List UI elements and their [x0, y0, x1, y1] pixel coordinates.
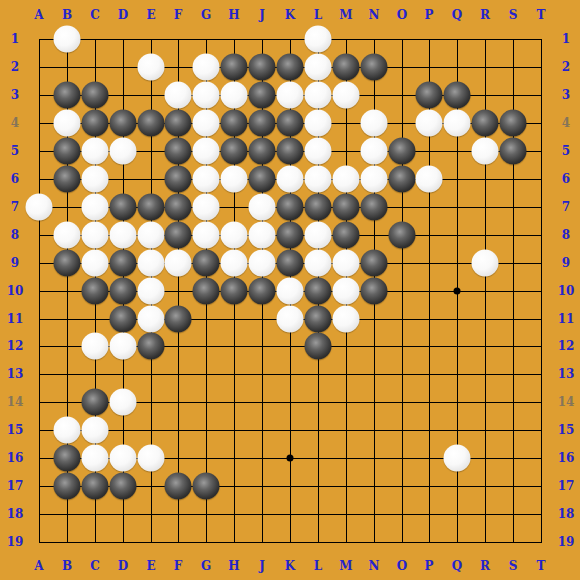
white-stone[interactable]	[221, 166, 248, 193]
column-label-top: L	[314, 9, 322, 21]
white-stone[interactable]	[361, 166, 388, 193]
black-stone[interactable]	[221, 138, 248, 165]
column-label-top: E	[146, 9, 155, 21]
white-stone[interactable]	[110, 445, 137, 472]
grid-line-vertical	[402, 39, 403, 543]
row-label-right: 13	[558, 368, 575, 380]
column-label-bottom: F	[174, 560, 183, 572]
row-label-left: 5	[11, 145, 19, 157]
white-stone[interactable]	[54, 26, 81, 53]
black-stone[interactable]	[110, 473, 137, 500]
white-stone[interactable]	[277, 278, 304, 305]
white-stone[interactable]	[361, 138, 388, 165]
white-stone[interactable]	[54, 417, 81, 444]
row-label-right: 8	[562, 229, 570, 241]
black-stone[interactable]	[165, 222, 192, 249]
white-stone[interactable]	[333, 278, 360, 305]
white-stone[interactable]	[249, 194, 276, 221]
row-label-right: 5	[562, 145, 570, 157]
row-label-left: 12	[7, 340, 24, 352]
white-stone[interactable]	[305, 222, 332, 249]
white-stone[interactable]	[193, 110, 220, 137]
column-label-top: M	[339, 9, 352, 21]
row-label-left: 19	[7, 536, 24, 548]
black-stone[interactable]	[165, 306, 192, 333]
white-stone[interactable]	[277, 166, 304, 193]
white-stone[interactable]	[165, 250, 192, 277]
black-stone[interactable]	[165, 166, 192, 193]
white-stone[interactable]	[82, 222, 109, 249]
row-label-left: 15	[7, 424, 24, 436]
grid-line-horizontal	[39, 430, 542, 431]
row-label-right: 6	[562, 173, 570, 185]
black-stone[interactable]	[82, 82, 109, 109]
black-stone[interactable]	[54, 82, 81, 109]
row-label-left: 13	[7, 368, 24, 380]
white-stone[interactable]	[277, 82, 304, 109]
white-stone[interactable]	[416, 110, 443, 137]
black-stone[interactable]	[110, 278, 137, 305]
white-stone[interactable]	[193, 166, 220, 193]
row-label-left: 3	[11, 89, 19, 101]
black-stone[interactable]	[500, 138, 527, 165]
black-stone[interactable]	[361, 250, 388, 277]
white-stone[interactable]	[472, 138, 499, 165]
column-label-top: O	[397, 9, 407, 21]
goban[interactable]: AA11BB22CC33DD44EE55FF66GG77HH88JJ99KK10…	[0, 0, 580, 580]
black-stone[interactable]	[416, 82, 443, 109]
column-label-bottom: P	[424, 560, 433, 572]
white-stone[interactable]	[193, 54, 220, 81]
white-stone[interactable]	[333, 166, 360, 193]
black-stone[interactable]	[165, 473, 192, 500]
row-label-right: 14	[558, 396, 575, 408]
black-stone[interactable]	[138, 333, 165, 360]
black-stone[interactable]	[361, 278, 388, 305]
column-label-top: J	[259, 9, 265, 21]
white-stone[interactable]	[26, 194, 53, 221]
black-stone[interactable]	[305, 306, 332, 333]
black-stone[interactable]	[249, 278, 276, 305]
white-stone[interactable]	[54, 222, 81, 249]
black-stone[interactable]	[82, 389, 109, 416]
row-label-right: 18	[558, 508, 575, 520]
black-stone[interactable]	[305, 333, 332, 360]
black-stone[interactable]	[277, 194, 304, 221]
white-stone[interactable]	[305, 26, 332, 53]
column-label-bottom: M	[339, 560, 352, 572]
black-stone[interactable]	[361, 54, 388, 81]
white-stone[interactable]	[82, 166, 109, 193]
black-stone[interactable]	[472, 110, 499, 137]
column-label-bottom: T	[537, 560, 546, 572]
grid-line-horizontal	[39, 542, 542, 543]
black-stone[interactable]	[333, 194, 360, 221]
white-stone[interactable]	[333, 306, 360, 333]
hoshi-dot	[454, 288, 461, 295]
black-stone[interactable]	[165, 110, 192, 137]
column-label-bottom: Q	[452, 560, 462, 572]
white-stone[interactable]	[165, 82, 192, 109]
white-stone[interactable]	[82, 417, 109, 444]
black-stone[interactable]	[221, 110, 248, 137]
white-stone[interactable]	[193, 82, 220, 109]
black-stone[interactable]	[444, 82, 471, 109]
column-label-top: P	[424, 9, 433, 21]
white-stone[interactable]	[110, 138, 137, 165]
white-stone[interactable]	[82, 250, 109, 277]
row-label-right: 2	[562, 61, 570, 73]
column-label-top: K	[285, 9, 295, 21]
white-stone[interactable]	[333, 250, 360, 277]
row-label-right: 17	[558, 480, 575, 492]
column-label-bottom: K	[285, 560, 295, 572]
row-label-right: 4	[562, 117, 570, 129]
black-stone[interactable]	[54, 473, 81, 500]
row-label-left: 17	[7, 480, 24, 492]
grid-line-horizontal	[39, 374, 542, 375]
row-label-left: 7	[11, 201, 19, 213]
white-stone[interactable]	[138, 222, 165, 249]
row-label-right: 19	[558, 536, 575, 548]
black-stone[interactable]	[193, 473, 220, 500]
row-label-left: 11	[7, 313, 24, 325]
white-stone[interactable]	[138, 54, 165, 81]
column-label-top: S	[509, 9, 518, 21]
white-stone[interactable]	[54, 110, 81, 137]
black-stone[interactable]	[54, 166, 81, 193]
black-stone[interactable]	[277, 54, 304, 81]
row-label-left: 10	[7, 285, 24, 297]
black-stone[interactable]	[249, 110, 276, 137]
black-stone[interactable]	[277, 138, 304, 165]
black-stone[interactable]	[277, 222, 304, 249]
black-stone[interactable]	[193, 250, 220, 277]
column-label-top: H	[228, 9, 239, 21]
black-stone[interactable]	[82, 473, 109, 500]
column-label-top: T	[537, 9, 546, 21]
white-stone[interactable]	[138, 250, 165, 277]
black-stone[interactable]	[82, 278, 109, 305]
white-stone[interactable]	[472, 250, 499, 277]
column-label-top: C	[90, 9, 100, 21]
column-label-top: N	[369, 9, 380, 21]
white-stone[interactable]	[305, 138, 332, 165]
white-stone[interactable]	[193, 138, 220, 165]
column-label-top: D	[118, 9, 128, 21]
black-stone[interactable]	[54, 138, 81, 165]
black-stone[interactable]	[249, 54, 276, 81]
white-stone[interactable]	[193, 222, 220, 249]
black-stone[interactable]	[165, 138, 192, 165]
row-label-right: 12	[558, 340, 575, 352]
white-stone[interactable]	[82, 194, 109, 221]
row-label-right: 1	[562, 33, 570, 45]
white-stone[interactable]	[138, 278, 165, 305]
row-label-right: 7	[562, 201, 570, 213]
row-label-right: 9	[562, 257, 570, 269]
white-stone[interactable]	[138, 445, 165, 472]
column-label-top: B	[62, 9, 72, 21]
white-stone[interactable]	[305, 110, 332, 137]
row-label-left: 2	[11, 61, 19, 73]
row-label-left: 14	[7, 396, 24, 408]
white-stone[interactable]	[277, 306, 304, 333]
white-stone[interactable]	[305, 82, 332, 109]
row-label-left: 8	[11, 229, 19, 241]
black-stone[interactable]	[389, 222, 416, 249]
column-label-bottom: G	[201, 560, 211, 572]
row-label-right: 11	[558, 313, 575, 325]
row-label-left: 9	[11, 257, 19, 269]
hoshi-dot	[287, 455, 294, 462]
column-label-top: A	[34, 9, 43, 21]
black-stone[interactable]	[333, 222, 360, 249]
column-label-bottom: J	[259, 560, 265, 572]
column-label-bottom: O	[397, 560, 407, 572]
black-stone[interactable]	[82, 110, 109, 137]
black-stone[interactable]	[305, 278, 332, 305]
row-label-left: 1	[11, 33, 19, 45]
black-stone[interactable]	[277, 110, 304, 137]
row-label-left: 18	[7, 508, 24, 520]
column-label-bottom: A	[34, 560, 43, 572]
black-stone[interactable]	[305, 194, 332, 221]
black-stone[interactable]	[249, 166, 276, 193]
column-label-bottom: B	[62, 560, 72, 572]
white-stone[interactable]	[110, 389, 137, 416]
column-label-top: F	[174, 9, 183, 21]
black-stone[interactable]	[54, 250, 81, 277]
black-stone[interactable]	[389, 138, 416, 165]
row-label-left: 6	[11, 173, 19, 185]
column-label-bottom: L	[314, 560, 322, 572]
black-stone[interactable]	[249, 138, 276, 165]
black-stone[interactable]	[221, 54, 248, 81]
black-stone[interactable]	[249, 82, 276, 109]
column-label-top: G	[201, 9, 211, 21]
column-label-bottom: R	[480, 560, 490, 572]
black-stone[interactable]	[277, 250, 304, 277]
white-stone[interactable]	[361, 110, 388, 137]
white-stone[interactable]	[138, 306, 165, 333]
white-stone[interactable]	[444, 110, 471, 137]
white-stone[interactable]	[221, 82, 248, 109]
grid-line-vertical	[541, 39, 542, 543]
white-stone[interactable]	[82, 138, 109, 165]
column-label-bottom: S	[509, 560, 518, 572]
white-stone[interactable]	[305, 250, 332, 277]
white-stone[interactable]	[110, 333, 137, 360]
white-stone[interactable]	[110, 222, 137, 249]
black-stone[interactable]	[361, 194, 388, 221]
white-stone[interactable]	[221, 222, 248, 249]
black-stone[interactable]	[165, 194, 192, 221]
black-stone[interactable]	[389, 166, 416, 193]
white-stone[interactable]	[82, 445, 109, 472]
row-label-right: 10	[558, 285, 575, 297]
black-stone[interactable]	[138, 194, 165, 221]
column-label-bottom: N	[369, 560, 380, 572]
white-stone[interactable]	[305, 54, 332, 81]
column-label-top: Q	[452, 9, 462, 21]
black-stone[interactable]	[110, 110, 137, 137]
black-stone[interactable]	[54, 445, 81, 472]
column-label-top: R	[480, 9, 490, 21]
row-label-left: 16	[7, 452, 24, 464]
column-label-bottom: H	[228, 560, 239, 572]
black-stone[interactable]	[221, 278, 248, 305]
row-label-right: 3	[562, 89, 570, 101]
grid-line-horizontal	[39, 514, 542, 515]
black-stone[interactable]	[500, 110, 527, 137]
black-stone[interactable]	[193, 278, 220, 305]
white-stone[interactable]	[305, 166, 332, 193]
white-stone[interactable]	[249, 222, 276, 249]
column-label-bottom: D	[118, 560, 128, 572]
black-stone[interactable]	[110, 194, 137, 221]
row-label-left: 4	[11, 117, 19, 129]
black-stone[interactable]	[110, 250, 137, 277]
white-stone[interactable]	[416, 166, 443, 193]
row-label-right: 16	[558, 452, 575, 464]
black-stone[interactable]	[138, 110, 165, 137]
white-stone[interactable]	[333, 82, 360, 109]
black-stone[interactable]	[333, 54, 360, 81]
white-stone[interactable]	[444, 445, 471, 472]
white-stone[interactable]	[82, 333, 109, 360]
white-stone[interactable]	[193, 194, 220, 221]
black-stone[interactable]	[110, 306, 137, 333]
column-label-bottom: E	[146, 560, 155, 572]
white-stone[interactable]	[249, 250, 276, 277]
white-stone[interactable]	[221, 250, 248, 277]
row-label-right: 15	[558, 424, 575, 436]
column-label-bottom: C	[90, 560, 100, 572]
